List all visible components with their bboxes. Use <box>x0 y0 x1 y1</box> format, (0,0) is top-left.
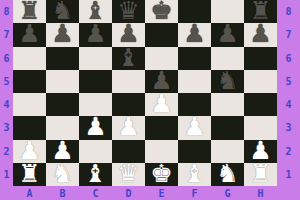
square-f6[interactable] <box>178 47 211 70</box>
square-b1[interactable]: ♞ <box>46 163 79 186</box>
black-knight[interactable]: ♞ <box>51 0 73 23</box>
square-d3[interactable]: ♟ <box>112 116 145 139</box>
black-pawn[interactable]: ♟ <box>183 23 205 46</box>
square-f5[interactable] <box>178 70 211 93</box>
rank-label-4-left: 4 <box>0 93 13 116</box>
square-a1[interactable]: ♜ <box>13 163 46 186</box>
square-d6[interactable]: ♝ <box>112 47 145 70</box>
square-d1[interactable]: ♛ <box>112 163 145 186</box>
rank-label-3-left: 3 <box>0 116 13 139</box>
square-a5[interactable] <box>13 70 46 93</box>
black-pawn[interactable]: ♟ <box>216 23 238 46</box>
square-g5[interactable]: ♞ <box>211 70 244 93</box>
square-b7[interactable]: ♟ <box>46 23 79 46</box>
square-h6[interactable] <box>244 47 277 70</box>
square-c7[interactable]: ♟ <box>79 23 112 46</box>
square-e4[interactable]: ♟ <box>145 93 178 116</box>
square-c5[interactable] <box>79 70 112 93</box>
rank-label-7-right: 7 <box>277 23 300 46</box>
chess-board: ♜♞♝♛♚♜♟♟♟♟♟♟♟♝♟♞♟♟♟♟♟♟♟♜♞♝♛♚♝♞♜ <box>13 0 277 186</box>
rank-label-6-right: 6 <box>277 47 300 70</box>
rank-labels-right: 87654321 <box>277 0 300 186</box>
square-e3[interactable] <box>145 116 178 139</box>
square-b3[interactable] <box>46 116 79 139</box>
white-knight[interactable]: ♞ <box>51 163 73 186</box>
square-d7[interactable]: ♟ <box>112 23 145 46</box>
square-e8[interactable]: ♚ <box>145 0 178 23</box>
white-king[interactable]: ♚ <box>150 163 172 186</box>
square-g6[interactable] <box>211 47 244 70</box>
square-g4[interactable] <box>211 93 244 116</box>
rank-labels-left: 87654321 <box>0 0 13 186</box>
square-f7[interactable]: ♟ <box>178 23 211 46</box>
black-pawn[interactable]: ♟ <box>51 23 73 46</box>
black-pawn[interactable]: ♟ <box>84 23 106 46</box>
white-rook[interactable]: ♜ <box>18 163 40 186</box>
square-c6[interactable] <box>79 47 112 70</box>
file-label-b: B <box>46 186 79 200</box>
square-e1[interactable]: ♚ <box>145 163 178 186</box>
square-e7[interactable] <box>145 23 178 46</box>
square-f8[interactable] <box>178 0 211 23</box>
square-e5[interactable]: ♟ <box>145 70 178 93</box>
file-labels: ABCDEFGH <box>13 186 277 200</box>
square-h8[interactable]: ♜ <box>244 0 277 23</box>
square-d5[interactable] <box>112 70 145 93</box>
black-rook[interactable]: ♜ <box>18 0 40 23</box>
file-label-g: G <box>211 186 244 200</box>
black-pawn[interactable]: ♟ <box>117 23 139 46</box>
black-pawn[interactable]: ♟ <box>249 23 271 46</box>
square-f3[interactable]: ♟ <box>178 116 211 139</box>
square-h4[interactable] <box>244 93 277 116</box>
white-pawn[interactable]: ♟ <box>183 116 205 139</box>
black-bishop[interactable]: ♝ <box>84 0 106 23</box>
file-label-e: E <box>145 186 178 200</box>
square-a8[interactable]: ♜ <box>13 0 46 23</box>
black-king[interactable]: ♚ <box>150 0 172 23</box>
file-label-d: D <box>112 186 145 200</box>
square-h5[interactable] <box>244 70 277 93</box>
square-d4[interactable] <box>112 93 145 116</box>
square-c8[interactable]: ♝ <box>79 0 112 23</box>
black-queen[interactable]: ♛ <box>117 0 139 23</box>
file-label-c: C <box>79 186 112 200</box>
white-bishop[interactable]: ♝ <box>183 163 205 186</box>
square-d2[interactable] <box>112 140 145 163</box>
rank-label-4-right: 4 <box>277 93 300 116</box>
square-b6[interactable] <box>46 47 79 70</box>
square-g1[interactable]: ♞ <box>211 163 244 186</box>
file-label-h: H <box>244 186 277 200</box>
rank-label-7-left: 7 <box>0 23 13 46</box>
rank-label-5-left: 5 <box>0 70 13 93</box>
square-c3[interactable]: ♟ <box>79 116 112 139</box>
square-b4[interactable] <box>46 93 79 116</box>
rank-label-1-left: 1 <box>0 163 13 186</box>
white-pawn[interactable]: ♟ <box>84 116 106 139</box>
square-h1[interactable]: ♜ <box>244 163 277 186</box>
square-h7[interactable]: ♟ <box>244 23 277 46</box>
rank-label-3-right: 3 <box>277 116 300 139</box>
rank-label-5-right: 5 <box>277 70 300 93</box>
square-g3[interactable] <box>211 116 244 139</box>
square-c1[interactable]: ♝ <box>79 163 112 186</box>
white-pawn[interactable]: ♟ <box>51 140 73 163</box>
square-a6[interactable] <box>13 47 46 70</box>
rank-label-2-left: 2 <box>0 140 13 163</box>
square-e2[interactable] <box>145 140 178 163</box>
square-c2[interactable] <box>79 140 112 163</box>
square-f2[interactable] <box>178 140 211 163</box>
square-g8[interactable] <box>211 0 244 23</box>
square-f1[interactable]: ♝ <box>178 163 211 186</box>
white-knight[interactable]: ♞ <box>216 163 238 186</box>
file-label-a: A <box>13 186 46 200</box>
black-knight[interactable]: ♞ <box>216 70 238 93</box>
file-label-f: F <box>178 186 211 200</box>
square-h2[interactable]: ♟ <box>244 140 277 163</box>
square-g7[interactable]: ♟ <box>211 23 244 46</box>
black-pawn[interactable]: ♟ <box>150 70 172 93</box>
white-pawn[interactable]: ♟ <box>249 140 271 163</box>
white-queen[interactable]: ♛ <box>117 163 139 186</box>
rank-label-6-left: 6 <box>0 47 13 70</box>
rank-label-8-right: 8 <box>277 0 300 23</box>
white-rook[interactable]: ♜ <box>249 163 271 186</box>
square-b8[interactable]: ♞ <box>46 0 79 23</box>
square-c4[interactable] <box>79 93 112 116</box>
square-a2[interactable]: ♟ <box>13 140 46 163</box>
chess-app-screen: 87654321 ♜♞♝♛♚♜♟♟♟♟♟♟♟♝♟♞♟♟♟♟♟♟♟♜♞♝♛♚♝♞♜… <box>0 0 300 200</box>
black-rook[interactable]: ♜ <box>249 0 271 23</box>
square-f4[interactable] <box>178 93 211 116</box>
white-pawn[interactable]: ♟ <box>117 116 139 139</box>
square-g2[interactable] <box>211 140 244 163</box>
white-pawn[interactable]: ♟ <box>150 93 172 116</box>
white-bishop[interactable]: ♝ <box>84 163 106 186</box>
square-h3[interactable] <box>244 116 277 139</box>
square-b2[interactable]: ♟ <box>46 140 79 163</box>
square-d8[interactable]: ♛ <box>112 0 145 23</box>
black-pawn[interactable]: ♟ <box>18 23 40 46</box>
white-pawn[interactable]: ♟ <box>18 140 40 163</box>
black-bishop[interactable]: ♝ <box>117 47 139 70</box>
square-b5[interactable] <box>46 70 79 93</box>
square-a4[interactable] <box>13 93 46 116</box>
square-a7[interactable]: ♟ <box>13 23 46 46</box>
square-e6[interactable] <box>145 47 178 70</box>
rank-label-2-right: 2 <box>277 140 300 163</box>
rank-label-1-right: 1 <box>277 163 300 186</box>
square-a3[interactable] <box>13 116 46 139</box>
rank-label-8-left: 8 <box>0 0 13 23</box>
